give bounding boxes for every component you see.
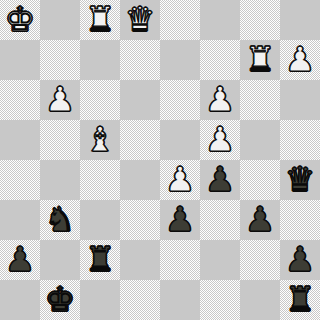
square-h1[interactable]: ♜ [280,280,320,320]
square-a4[interactable] [0,160,40,200]
piece-black-king[interactable]: ♚ [45,280,75,319]
square-g5[interactable] [240,120,280,160]
piece-white-rook[interactable]: ♜ [85,0,115,39]
square-b6[interactable]: ♟ [40,80,80,120]
piece-black-rook[interactable]: ♜ [285,280,315,319]
square-d1[interactable] [120,280,160,320]
piece-white-pawn[interactable]: ♟ [285,40,315,79]
square-h8[interactable] [280,0,320,40]
square-g7[interactable]: ♜ [240,40,280,80]
square-d8[interactable]: ♛ [120,0,160,40]
square-f4[interactable]: ♟ [200,160,240,200]
square-b3[interactable]: ♞ [40,200,80,240]
square-f2[interactable] [200,240,240,280]
square-a8[interactable]: ♚ [0,0,40,40]
square-f3[interactable] [200,200,240,240]
square-g4[interactable] [240,160,280,200]
piece-black-pawn[interactable]: ♟ [205,160,235,199]
square-f8[interactable] [200,0,240,40]
piece-white-queen[interactable]: ♛ [125,0,155,39]
square-e6[interactable] [160,80,200,120]
piece-black-pawn[interactable]: ♟ [165,200,195,239]
piece-white-king[interactable]: ♚ [5,0,35,39]
square-c4[interactable] [80,160,120,200]
square-c5[interactable]: ♝ [80,120,120,160]
square-g3[interactable]: ♟ [240,200,280,240]
piece-black-pawn[interactable]: ♟ [5,240,35,279]
square-c6[interactable] [80,80,120,120]
square-d4[interactable] [120,160,160,200]
square-e8[interactable] [160,0,200,40]
square-g2[interactable] [240,240,280,280]
square-h3[interactable] [280,200,320,240]
square-c1[interactable] [80,280,120,320]
square-e4[interactable]: ♟ [160,160,200,200]
square-a2[interactable]: ♟ [0,240,40,280]
piece-black-knight[interactable]: ♞ [45,200,75,239]
square-h4[interactable]: ♛ [280,160,320,200]
square-e7[interactable] [160,40,200,80]
square-a5[interactable] [0,120,40,160]
square-a1[interactable] [0,280,40,320]
piece-black-rook[interactable]: ♜ [85,240,115,279]
square-f1[interactable] [200,280,240,320]
square-a6[interactable] [0,80,40,120]
square-h2[interactable]: ♟ [280,240,320,280]
square-h7[interactable]: ♟ [280,40,320,80]
square-d5[interactable] [120,120,160,160]
square-f6[interactable]: ♟ [200,80,240,120]
piece-black-queen[interactable]: ♛ [285,160,315,199]
square-e3[interactable]: ♟ [160,200,200,240]
square-f5[interactable]: ♟ [200,120,240,160]
piece-black-pawn[interactable]: ♟ [285,240,315,279]
square-b8[interactable] [40,0,80,40]
square-b1[interactable]: ♚ [40,280,80,320]
piece-white-pawn[interactable]: ♟ [45,80,75,119]
square-b7[interactable] [40,40,80,80]
piece-white-rook[interactable]: ♜ [245,40,275,79]
piece-white-pawn[interactable]: ♟ [205,120,235,159]
square-d2[interactable] [120,240,160,280]
square-b5[interactable] [40,120,80,160]
square-g6[interactable] [240,80,280,120]
square-b2[interactable] [40,240,80,280]
square-c2[interactable]: ♜ [80,240,120,280]
square-f7[interactable] [200,40,240,80]
square-d3[interactable] [120,200,160,240]
square-g1[interactable] [240,280,280,320]
square-a3[interactable] [0,200,40,240]
square-d6[interactable] [120,80,160,120]
square-g8[interactable] [240,0,280,40]
chess-board: ♚♜♛♜♟♟♟♝♟♟♟♛♞♟♟♟♜♟♚♜ [0,0,320,320]
square-c7[interactable] [80,40,120,80]
piece-white-pawn[interactable]: ♟ [205,80,235,119]
square-d7[interactable] [120,40,160,80]
square-e5[interactable] [160,120,200,160]
square-a7[interactable] [0,40,40,80]
square-h5[interactable] [280,120,320,160]
square-c3[interactable] [80,200,120,240]
square-c8[interactable]: ♜ [80,0,120,40]
square-h6[interactable] [280,80,320,120]
square-e1[interactable] [160,280,200,320]
square-b4[interactable] [40,160,80,200]
square-e2[interactable] [160,240,200,280]
piece-white-bishop[interactable]: ♝ [85,120,115,159]
piece-white-pawn[interactable]: ♟ [165,160,195,199]
piece-black-pawn[interactable]: ♟ [245,200,275,239]
